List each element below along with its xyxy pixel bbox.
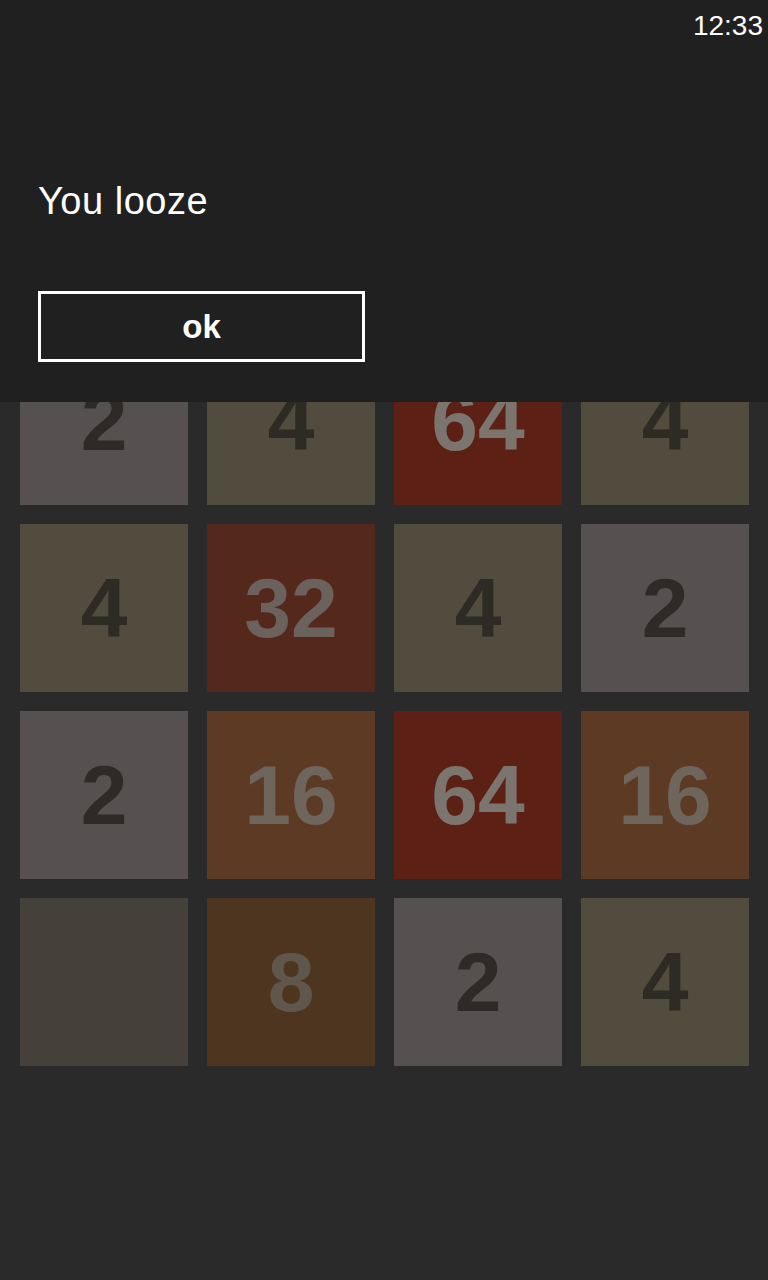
tile-2-r3c1: 2 — [20, 711, 188, 879]
ok-button[interactable]: ok — [38, 291, 365, 362]
tile-2-r2c4: 2 — [581, 524, 749, 692]
tile-2-r4c3: 2 — [394, 898, 562, 1066]
board-grid[interactable]: 24644432422166416824 — [20, 337, 749, 1066]
tile-64-r3c3: 64 — [394, 711, 562, 879]
tile-4-r4c4: 4 — [581, 898, 749, 1066]
status-clock: 12:33 — [693, 10, 763, 42]
game-over-dialog: You looze ok — [0, 0, 768, 402]
tile-32-r2c2: 32 — [207, 524, 375, 692]
dialog-message: You looze — [38, 180, 208, 223]
tile-8-r4c2: 8 — [207, 898, 375, 1066]
empty-cell-r4c1 — [20, 898, 188, 1066]
tile-16-r3c2: 16 — [207, 711, 375, 879]
tile-16-r3c4: 16 — [581, 711, 749, 879]
tile-4-r2c3: 4 — [394, 524, 562, 692]
tile-4-r2c1: 4 — [20, 524, 188, 692]
